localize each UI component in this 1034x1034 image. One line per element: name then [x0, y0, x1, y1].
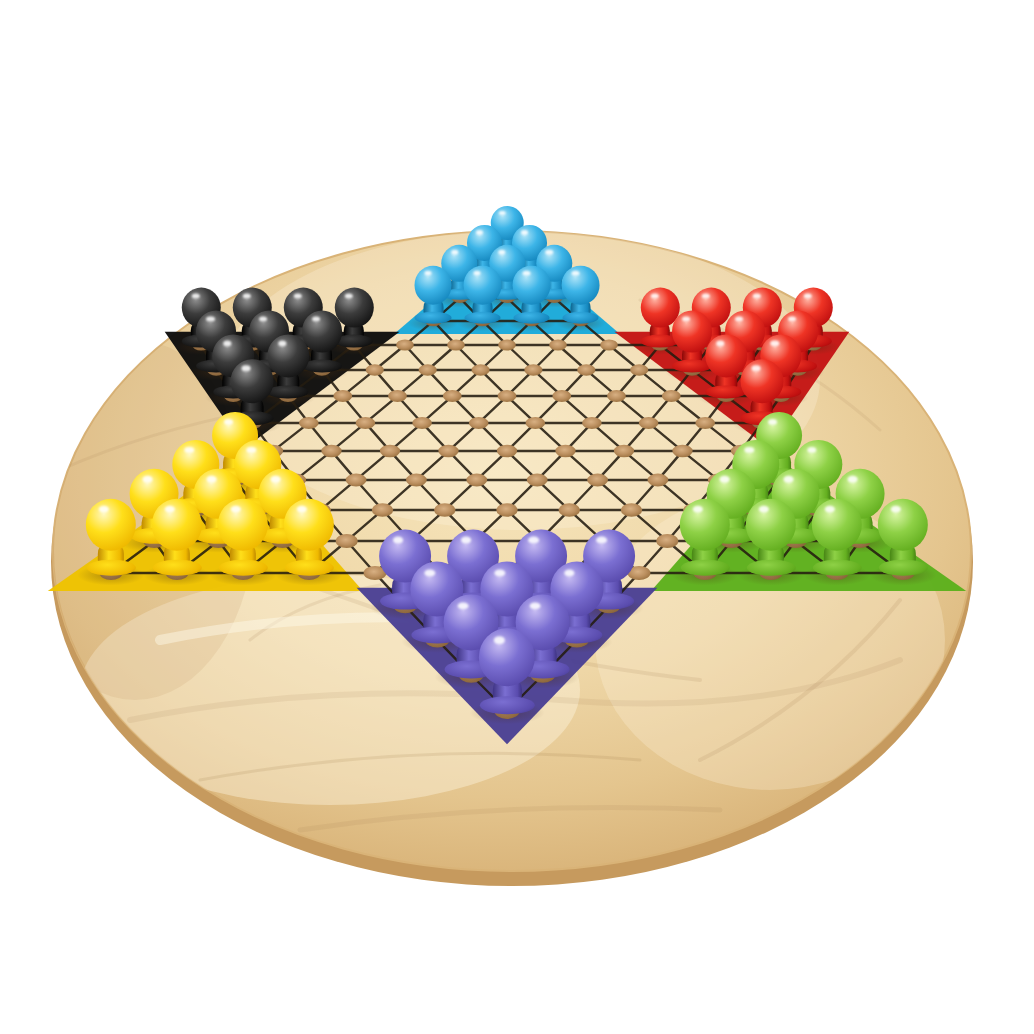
specular-highlight [393, 537, 403, 544]
board-hole[interactable] [372, 503, 393, 516]
specular-highlight [564, 569, 575, 576]
peg-base [415, 311, 452, 323]
specular-highlight [224, 419, 233, 425]
peg-head [680, 499, 730, 551]
peg-green[interactable] [745, 499, 797, 576]
board-hole[interactable] [434, 503, 455, 516]
peg-base [480, 696, 535, 714]
specular-highlight [745, 447, 754, 453]
peg-head [746, 499, 796, 551]
board-hole[interactable] [498, 390, 517, 402]
specular-highlight [751, 365, 760, 371]
peg-base [513, 311, 550, 323]
specular-highlight [192, 293, 200, 298]
peg-blue[interactable] [561, 266, 600, 324]
specular-highlight [143, 476, 153, 483]
peg-green[interactable] [877, 499, 929, 576]
specular-highlight [735, 316, 743, 321]
peg-head [513, 266, 550, 305]
peg-head [231, 359, 274, 403]
peg-base [812, 560, 861, 576]
specular-highlight [297, 506, 307, 513]
board-hole[interactable] [497, 445, 517, 458]
board-hole[interactable] [552, 390, 571, 402]
specular-highlight [165, 506, 175, 513]
specular-highlight [494, 569, 505, 576]
board-hole[interactable] [299, 417, 319, 429]
specular-highlight [498, 250, 505, 255]
board-hole[interactable] [672, 445, 692, 458]
specular-highlight [494, 636, 505, 644]
peg-base [152, 560, 201, 576]
peg-yellow[interactable] [85, 499, 137, 576]
specular-highlight [424, 271, 431, 276]
board-hole[interactable] [472, 364, 490, 375]
specular-highlight [243, 293, 251, 298]
peg-head [878, 499, 928, 551]
board-hole[interactable] [662, 390, 681, 402]
board-hole[interactable] [639, 417, 659, 429]
specular-highlight [424, 569, 435, 576]
specular-highlight [345, 293, 353, 298]
specular-highlight [271, 476, 281, 483]
board-hole[interactable] [366, 364, 384, 375]
peg-base [218, 560, 267, 576]
peg-base [680, 560, 729, 576]
specular-highlight [530, 602, 541, 609]
peg-head [812, 499, 862, 551]
specular-highlight [788, 316, 796, 321]
specular-highlight [523, 271, 530, 276]
specular-highlight [259, 316, 267, 321]
peg-head [740, 359, 783, 403]
board-hole[interactable] [549, 340, 567, 351]
peg-head [152, 499, 202, 551]
specular-highlight [771, 340, 779, 346]
board-hole[interactable] [356, 417, 376, 429]
board-hole[interactable] [614, 445, 634, 458]
specular-highlight [720, 476, 730, 483]
specular-highlight [207, 476, 217, 483]
specular-highlight [207, 316, 215, 321]
specular-highlight [891, 506, 901, 513]
board-hole[interactable] [396, 340, 414, 351]
specular-highlight [768, 419, 777, 425]
board-hole[interactable] [582, 417, 602, 429]
specular-highlight [473, 271, 480, 276]
board-hole[interactable] [419, 364, 437, 375]
specular-highlight [682, 316, 690, 321]
specular-highlight [759, 506, 769, 513]
peg-blue[interactable] [512, 266, 551, 324]
board-hole[interactable] [621, 503, 642, 516]
board-hole[interactable] [498, 340, 516, 351]
board-hole[interactable] [380, 445, 400, 458]
board-hole[interactable] [524, 364, 542, 375]
specular-highlight [294, 293, 302, 298]
peg-blue[interactable] [414, 266, 453, 324]
peg-base [86, 560, 135, 576]
board-hole[interactable] [443, 390, 462, 402]
board-hole[interactable] [648, 474, 669, 487]
specular-highlight [184, 447, 193, 453]
specular-highlight [223, 340, 231, 346]
specular-highlight [716, 340, 724, 346]
board-hole[interactable] [496, 503, 517, 516]
specular-highlight [99, 506, 109, 513]
board-hole[interactable] [577, 364, 595, 375]
board-hole[interactable] [555, 445, 575, 458]
peg-base [746, 560, 795, 576]
peg-yellow[interactable] [217, 499, 269, 576]
specular-highlight [596, 537, 606, 544]
board-hole[interactable] [321, 445, 341, 458]
board-hole[interactable] [526, 417, 546, 429]
peg-green[interactable] [679, 499, 731, 576]
specular-highlight [242, 365, 251, 371]
board-hole[interactable] [388, 390, 407, 402]
board-hole[interactable] [466, 474, 487, 487]
specular-highlight [521, 230, 528, 235]
board-hole[interactable] [346, 474, 367, 487]
board-hole[interactable] [447, 340, 465, 351]
specular-highlight [231, 506, 241, 513]
peg-head [415, 266, 452, 305]
board-hole[interactable] [469, 417, 489, 429]
specular-highlight [572, 271, 579, 276]
peg-purple[interactable] [478, 628, 536, 714]
peg-blue[interactable] [463, 266, 502, 324]
scene [0, 0, 1034, 1034]
specular-highlight [499, 211, 506, 215]
peg-head [479, 628, 535, 686]
board-hole[interactable] [695, 417, 715, 429]
specular-highlight [476, 230, 483, 235]
board-hole[interactable] [600, 340, 618, 351]
peg-head [284, 499, 334, 551]
peg-base [562, 311, 599, 323]
peg-base [284, 560, 333, 576]
peg-head [86, 499, 136, 551]
board-hole[interactable] [438, 445, 458, 458]
board-hole[interactable] [656, 534, 678, 548]
specular-highlight [529, 537, 539, 544]
specular-highlight [461, 537, 471, 544]
peg-head [464, 266, 501, 305]
board-hole[interactable] [527, 474, 548, 487]
specular-highlight [312, 316, 320, 321]
board-hole[interactable] [333, 390, 352, 402]
specular-highlight [458, 602, 469, 609]
specular-highlight [693, 506, 703, 513]
peg-base [878, 560, 927, 576]
peg-green[interactable] [811, 499, 863, 576]
specular-highlight [784, 476, 794, 483]
peg-head [218, 499, 268, 551]
board-hole[interactable] [406, 474, 427, 487]
specular-highlight [247, 447, 256, 453]
board-hole[interactable] [336, 534, 358, 548]
board-hole[interactable] [630, 364, 648, 375]
board-hole[interactable] [587, 474, 608, 487]
specular-highlight [848, 476, 858, 483]
board-hole[interactable] [412, 417, 432, 429]
peg-head [562, 266, 599, 305]
specular-highlight [278, 340, 286, 346]
specular-highlight [804, 293, 812, 298]
peg-yellow[interactable] [283, 499, 335, 576]
specular-highlight [546, 250, 553, 255]
peg-yellow[interactable] [151, 499, 203, 576]
specular-highlight [702, 293, 710, 298]
specular-highlight [451, 250, 458, 255]
board-hole[interactable] [559, 503, 580, 516]
peg-base [464, 311, 501, 323]
specular-highlight [651, 293, 659, 298]
specular-highlight [807, 447, 816, 453]
board-hole[interactable] [607, 390, 626, 402]
specular-highlight [753, 293, 761, 298]
specular-highlight [825, 506, 835, 513]
